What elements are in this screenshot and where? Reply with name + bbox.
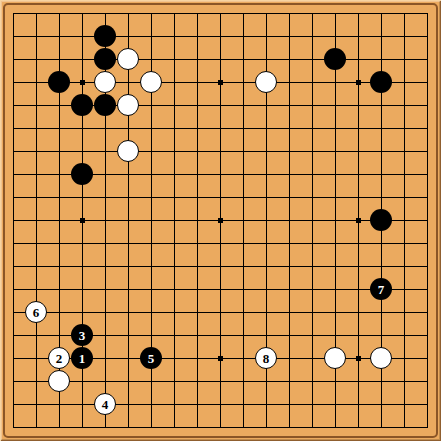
stone-white xyxy=(140,71,162,93)
stone-black xyxy=(370,209,392,231)
stone-white-move-2: 2 xyxy=(48,347,70,369)
stone-white xyxy=(94,71,116,93)
move-number: 3 xyxy=(79,328,86,341)
stone-black-move-7: 7 xyxy=(370,278,392,300)
stone-black xyxy=(94,48,116,70)
stone-white-move-8: 8 xyxy=(255,347,277,369)
stone-layer: 76321584 xyxy=(2,2,439,439)
stone-black-move-1: 1 xyxy=(71,347,93,369)
stone-white xyxy=(117,140,139,162)
stone-white xyxy=(48,370,70,392)
move-number: 7 xyxy=(378,282,385,295)
stone-black-move-3: 3 xyxy=(71,324,93,346)
go-board: 76321584 xyxy=(0,0,441,441)
stone-white xyxy=(117,94,139,116)
move-number: 1 xyxy=(79,351,86,364)
stone-black-move-5: 5 xyxy=(140,347,162,369)
stone-white xyxy=(117,48,139,70)
stone-black xyxy=(71,163,93,185)
stone-white xyxy=(255,71,277,93)
stone-black xyxy=(71,94,93,116)
stone-white-move-4: 4 xyxy=(94,393,116,415)
stone-black xyxy=(94,94,116,116)
move-number: 8 xyxy=(263,351,270,364)
move-number: 6 xyxy=(33,305,40,318)
stone-black xyxy=(94,25,116,47)
stone-white xyxy=(370,347,392,369)
stone-white xyxy=(324,347,346,369)
stone-black xyxy=(48,71,70,93)
move-number: 4 xyxy=(102,397,109,410)
stone-black xyxy=(324,48,346,70)
stone-white-move-6: 6 xyxy=(25,301,47,323)
stone-black xyxy=(370,71,392,93)
move-number: 5 xyxy=(148,351,155,364)
move-number: 2 xyxy=(56,351,63,364)
